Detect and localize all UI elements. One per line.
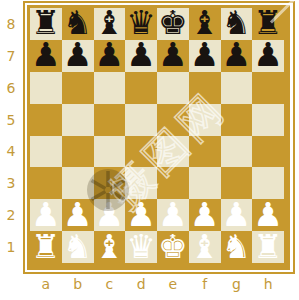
white-queen: ♛: [126, 230, 156, 263]
file-label-b: b: [62, 272, 94, 296]
square-a5[interactable]: [30, 104, 62, 136]
black-pawn: ♟: [95, 38, 125, 71]
square-f6[interactable]: [189, 72, 221, 104]
black-pawn: ♟: [126, 38, 156, 71]
white-knight: ♞: [222, 230, 252, 263]
square-a1[interactable]: ♜: [30, 231, 62, 263]
rank-label-6: 6: [0, 72, 22, 104]
file-label-e: e: [157, 272, 189, 296]
square-b1[interactable]: ♞: [62, 231, 94, 263]
square-e6[interactable]: [157, 72, 189, 104]
square-b4[interactable]: [62, 136, 94, 168]
square-g5[interactable]: [221, 104, 253, 136]
rank-label-4: 4: [0, 136, 22, 168]
file-label-d: d: [125, 272, 157, 296]
square-c7[interactable]: ♟: [94, 40, 126, 72]
black-pawn: ♟: [31, 38, 61, 71]
chessboard-illustration: 87654321 ♜♞♝♛♚♝♞♜♟♟♟♟♟♟♟♟♟♟♟♟♟♟♟♟♜♞♝♛♚♝♞…: [0, 0, 299, 300]
square-b7[interactable]: ♟: [62, 40, 94, 72]
square-a7[interactable]: ♟: [30, 40, 62, 72]
square-g4[interactable]: [221, 136, 253, 168]
white-rook: ♜: [31, 230, 61, 263]
rank-label-8: 8: [0, 8, 22, 40]
square-e7[interactable]: ♟: [157, 40, 189, 72]
white-bishop: ♝: [190, 230, 220, 263]
black-pawn: ♟: [63, 38, 93, 71]
white-knight: ♞: [63, 230, 93, 263]
rank-labels: 87654321: [0, 8, 22, 263]
square-g7[interactable]: ♟: [221, 40, 253, 72]
square-a6[interactable]: [30, 72, 62, 104]
square-b6[interactable]: [62, 72, 94, 104]
board-grid: ♜♞♝♛♚♝♞♜♟♟♟♟♟♟♟♟♟♟♟♟♟♟♟♟♜♞♝♛♚♝♞♜: [30, 8, 284, 263]
square-h6[interactable]: [252, 72, 284, 104]
file-label-h: h: [252, 272, 284, 296]
rank-label-3: 3: [0, 167, 22, 199]
square-c6[interactable]: [94, 72, 126, 104]
square-h7[interactable]: ♟: [252, 40, 284, 72]
file-label-f: f: [189, 272, 221, 296]
square-d4[interactable]: [125, 136, 157, 168]
square-f4[interactable]: [189, 136, 221, 168]
square-d6[interactable]: [125, 72, 157, 104]
square-f1[interactable]: ♝: [189, 231, 221, 263]
square-f7[interactable]: ♟: [189, 40, 221, 72]
square-a4[interactable]: [30, 136, 62, 168]
square-d5[interactable]: [125, 104, 157, 136]
rank-label-1: 1: [0, 231, 22, 263]
square-g1[interactable]: ♞: [221, 231, 253, 263]
file-label-c: c: [94, 272, 126, 296]
square-c1[interactable]: ♝: [94, 231, 126, 263]
square-f5[interactable]: [189, 104, 221, 136]
file-labels: abcdefgh: [30, 272, 284, 296]
file-label-a: a: [30, 272, 62, 296]
square-h5[interactable]: [252, 104, 284, 136]
square-h1[interactable]: ♜: [252, 231, 284, 263]
square-e1[interactable]: ♚: [157, 231, 189, 263]
square-g6[interactable]: [221, 72, 253, 104]
square-c4[interactable]: [94, 136, 126, 168]
square-d7[interactable]: ♟: [125, 40, 157, 72]
square-c5[interactable]: [94, 104, 126, 136]
white-king: ♚: [158, 230, 188, 263]
square-d1[interactable]: ♛: [125, 231, 157, 263]
white-rook: ♜: [253, 230, 283, 263]
rank-label-5: 5: [0, 104, 22, 136]
square-e4[interactable]: [157, 136, 189, 168]
black-pawn: ♟: [222, 38, 252, 71]
file-label-g: g: [221, 272, 253, 296]
square-h4[interactable]: [252, 136, 284, 168]
rank-label-7: 7: [0, 40, 22, 72]
square-e5[interactable]: [157, 104, 189, 136]
black-pawn: ♟: [190, 38, 220, 71]
black-pawn: ♟: [158, 38, 188, 71]
black-pawn: ♟: [253, 38, 283, 71]
square-b5[interactable]: [62, 104, 94, 136]
white-bishop: ♝: [95, 230, 125, 263]
rank-label-2: 2: [0, 199, 22, 231]
